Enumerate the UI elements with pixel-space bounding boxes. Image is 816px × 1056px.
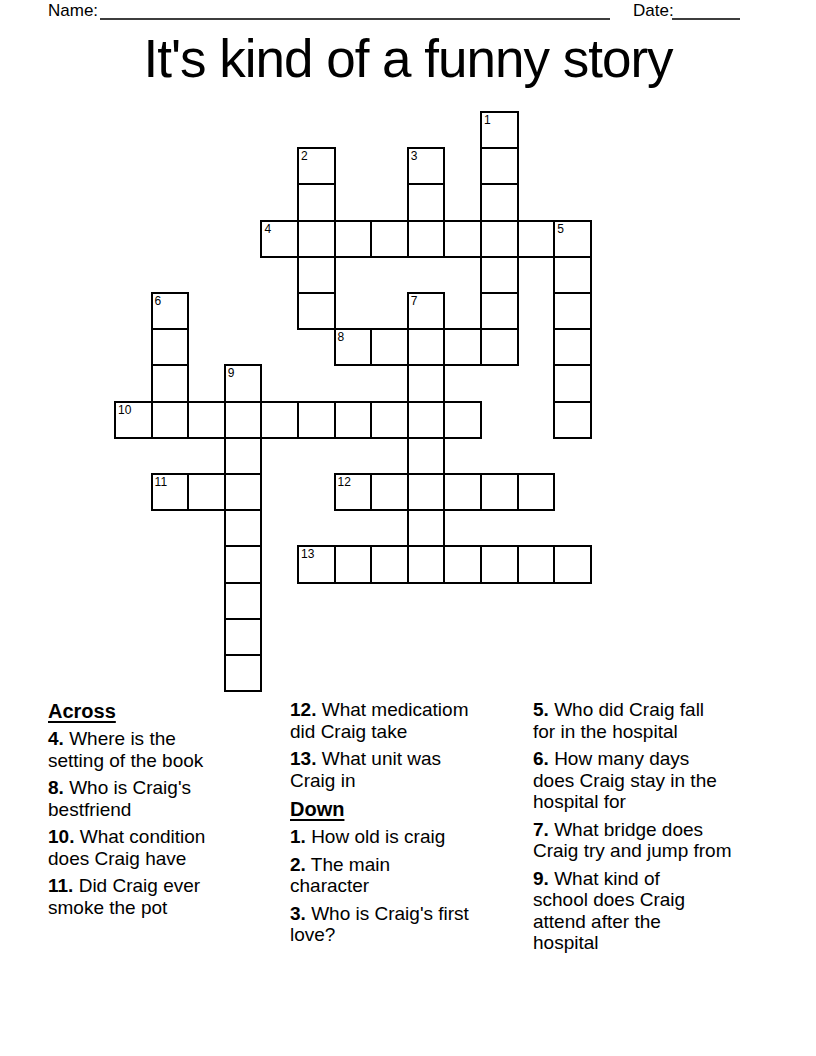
cell-r8-c3[interactable]	[224, 401, 263, 439]
cell-r12-c10[interactable]	[480, 545, 519, 583]
clue-text: What kind of school does Craig attend af…	[533, 868, 685, 954]
name-input-line[interactable]	[100, 0, 610, 20]
cell-r6-c12[interactable]	[553, 328, 592, 366]
cell-number-5: 5	[557, 222, 564, 236]
clue-text: What bridge does Craig try and jump from	[533, 819, 732, 862]
clue-down-5: 5. Who did Craig fall for in the hospita…	[533, 699, 773, 742]
cell-r12-c12[interactable]	[553, 545, 592, 583]
cell-r9-c8[interactable]	[407, 437, 446, 475]
cell-r10-c1[interactable]: 11	[151, 473, 190, 511]
clue-down-7: 7. What bridge does Craig try and jump f…	[533, 819, 773, 862]
cell-r5-c1[interactable]: 6	[151, 292, 190, 330]
cell-number-12: 12	[338, 475, 351, 489]
across-clues-header-label: Across	[48, 700, 116, 722]
cell-r12-c9[interactable]	[443, 545, 482, 583]
clue-number-label: 1.	[290, 826, 306, 847]
cell-r5-c5[interactable]	[297, 292, 336, 330]
across-clues-header: Across	[48, 699, 288, 723]
cell-r8-c1[interactable]	[151, 401, 190, 439]
cell-number-11: 11	[155, 475, 167, 489]
cell-r8-c6[interactable]	[334, 401, 373, 439]
clue-across-8: 8. Who is Craig's bestfriend	[48, 777, 288, 820]
cell-r4-c12[interactable]	[553, 256, 592, 294]
cell-r1-c10[interactable]	[480, 147, 519, 185]
clue-down-6: 6. How many days does Craig stay in the …	[533, 748, 773, 813]
clue-text: Where is the setting of the book	[48, 728, 203, 771]
cell-r8-c12[interactable]	[553, 401, 592, 439]
cell-r11-c3[interactable]	[224, 509, 263, 547]
cell-r8-c4[interactable]	[260, 401, 299, 439]
cell-r14-c3[interactable]	[224, 618, 263, 656]
cell-r3-c11[interactable]	[517, 220, 556, 258]
clue-number-label: 11.	[48, 875, 73, 896]
cell-r3-c4[interactable]: 4	[260, 220, 299, 258]
clue-across-13: 13. What unit was Craig in	[290, 748, 530, 791]
clue-across-11: 11. Did Craig ever smoke the pot	[48, 875, 288, 918]
cell-r13-c3[interactable]	[224, 582, 263, 620]
clue-number-label: 10.	[48, 826, 74, 847]
cell-number-9: 9	[228, 366, 235, 380]
cell-number-4: 4	[264, 222, 271, 236]
cell-number-2: 2	[301, 149, 308, 163]
date-label: Date:	[633, 1, 674, 21]
cell-r8-c2[interactable]	[187, 401, 226, 439]
cell-r3-c9[interactable]	[443, 220, 482, 258]
clue-text: What medicatiom did Craig take	[290, 699, 468, 742]
clue-number-label: 3.	[290, 903, 306, 924]
cell-r6-c8[interactable]	[407, 328, 446, 366]
clue-number-label: 5.	[533, 699, 549, 720]
cell-r7-c3[interactable]: 9	[224, 364, 263, 402]
cell-r4-c5[interactable]	[297, 256, 336, 294]
cell-number-1: 1	[484, 113, 491, 127]
cell-r4-c10[interactable]	[480, 256, 519, 294]
cell-r9-c3[interactable]	[224, 437, 263, 475]
clue-down-3: 3. Who is Craig's first love?	[290, 903, 530, 946]
cell-r10-c6[interactable]: 12	[334, 473, 373, 511]
cell-r5-c12[interactable]	[553, 292, 592, 330]
clue-number-label: 2.	[290, 854, 306, 875]
clue-number-label: 13.	[290, 748, 316, 769]
cell-r2-c10[interactable]	[480, 183, 519, 221]
clue-column-2: 12. What medicatiom did Craig take13. Wh…	[290, 699, 530, 952]
cell-r0-c10[interactable]: 1	[480, 111, 519, 149]
cell-r3-c10[interactable]	[480, 220, 519, 258]
clue-number-label: 4.	[48, 728, 64, 749]
clue-across-4: 4. Where is the setting of the book	[48, 728, 288, 771]
clue-number-label: 6.	[533, 748, 549, 769]
clue-text: Who is Craig's bestfriend	[48, 777, 191, 820]
cell-number-13: 13	[301, 547, 314, 561]
cell-number-3: 3	[411, 149, 418, 163]
cell-r8-c7[interactable]	[370, 401, 409, 439]
cell-r10-c9[interactable]	[443, 473, 482, 511]
cell-r8-c8[interactable]	[407, 401, 446, 439]
cell-r3-c7[interactable]	[370, 220, 409, 258]
clue-column-3: 5. Who did Craig fall for in the hospita…	[533, 699, 773, 960]
clue-column-1: Across4. Where is the setting of the boo…	[48, 699, 288, 924]
cell-r12-c7[interactable]	[370, 545, 409, 583]
cell-r3-c12[interactable]: 5	[553, 220, 592, 258]
clue-down-2: 2. The main character	[290, 854, 530, 897]
clue-text: How many days does Craig stay in the hos…	[533, 748, 717, 812]
down-clues-header: Down	[290, 797, 530, 821]
crossword-grid: 12345678910111213	[114, 111, 592, 693]
cell-r10-c11[interactable]	[517, 473, 556, 511]
cell-number-7: 7	[411, 294, 418, 308]
cell-r2-c5[interactable]	[297, 183, 336, 221]
clue-down-9: 9. What kind of school does Craig attend…	[533, 868, 773, 954]
cell-r10-c3[interactable]	[224, 473, 263, 511]
clue-text: Who did Craig fall for in the hospital	[533, 699, 704, 742]
cell-r12-c11[interactable]	[517, 545, 556, 583]
cell-r5-c10[interactable]	[480, 292, 519, 330]
cell-r7-c1[interactable]	[151, 364, 190, 402]
cell-r3-c8[interactable]	[407, 220, 446, 258]
clue-across-10: 10. What condition does Craig have	[48, 826, 288, 869]
cell-r12-c6[interactable]	[334, 545, 373, 583]
cell-r10-c8[interactable]	[407, 473, 446, 511]
cell-r10-c2[interactable]	[187, 473, 226, 511]
cell-r2-c8[interactable]	[407, 183, 446, 221]
clue-number-label: 9.	[533, 868, 549, 889]
cell-r7-c8[interactable]	[407, 364, 446, 402]
cell-r3-c5[interactable]	[297, 220, 336, 258]
clue-text: Who is Craig's first love?	[290, 903, 469, 946]
cell-r3-c6[interactable]	[334, 220, 373, 258]
name-label: Name:	[48, 1, 98, 21]
cell-r15-c3[interactable]	[224, 654, 263, 692]
page-title: It's kind of a funny story	[0, 30, 816, 88]
cell-r5-c8[interactable]: 7	[407, 292, 446, 330]
cell-r6-c10[interactable]	[480, 328, 519, 366]
cell-r8-c5[interactable]	[297, 401, 336, 439]
clue-down-1: 1. How old is craig	[290, 826, 530, 848]
down-clues-header-label: Down	[290, 798, 344, 820]
cell-r12-c5[interactable]: 13	[297, 545, 336, 583]
clue-number-label: 12.	[290, 699, 316, 720]
cell-number-6: 6	[155, 294, 162, 308]
cell-r1-c5[interactable]: 2	[297, 147, 336, 185]
cell-r6-c7[interactable]	[370, 328, 409, 366]
clue-number-label: 7.	[533, 819, 549, 840]
cell-r6-c1[interactable]	[151, 328, 190, 366]
cell-r12-c8[interactable]	[407, 545, 446, 583]
cell-number-10: 10	[118, 403, 131, 417]
cell-r11-c8[interactable]	[407, 509, 446, 547]
cell-r8-c9[interactable]	[443, 401, 482, 439]
cell-r6-c6[interactable]: 8	[334, 328, 373, 366]
worksheet-page: Name: Date: It's kind of a funny story 1…	[0, 0, 816, 1056]
clue-across-12: 12. What medicatiom did Craig take	[290, 699, 530, 742]
cell-r6-c9[interactable]	[443, 328, 482, 366]
clue-number-label: 8.	[48, 777, 64, 798]
cell-r10-c10[interactable]	[480, 473, 519, 511]
date-input-line[interactable]	[672, 0, 740, 20]
cell-r8-c0[interactable]: 10	[114, 401, 153, 439]
clue-text: How old is craig	[311, 826, 445, 847]
cell-r10-c7[interactable]	[370, 473, 409, 511]
cell-number-8: 8	[338, 330, 345, 344]
cell-r1-c8[interactable]: 3	[407, 147, 446, 185]
cell-r12-c3[interactable]	[224, 545, 263, 583]
cell-r7-c12[interactable]	[553, 364, 592, 402]
